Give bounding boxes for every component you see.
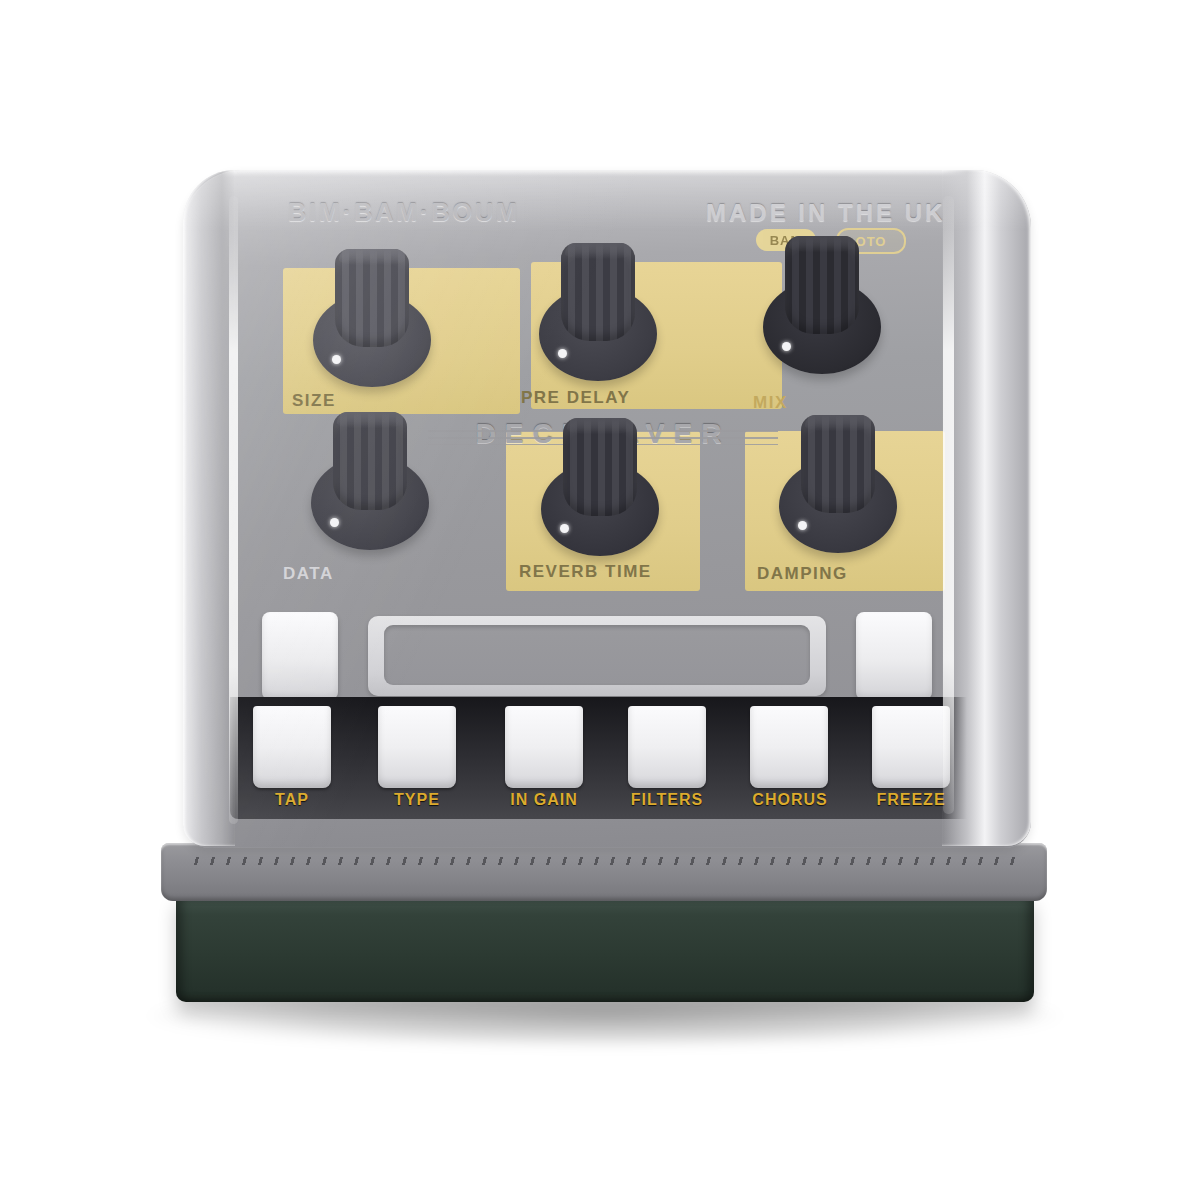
ground-shadow	[150, 995, 1060, 1047]
display-bezel	[368, 616, 826, 696]
reverb-time-knob-label: REVERB TIME	[519, 562, 652, 582]
data-knob	[295, 398, 445, 550]
freeze-button	[872, 706, 950, 788]
type-button-label: TYPE	[352, 791, 482, 809]
knob-indicator-dot	[332, 355, 341, 364]
flange-ridges	[184, 857, 1025, 865]
cover-right-edge-highlight	[943, 196, 954, 814]
knob-body	[561, 243, 635, 341]
type-button	[378, 706, 456, 788]
in-gain-button-label: IN GAIN	[479, 791, 609, 809]
size-knob	[297, 235, 447, 387]
mix-knob	[747, 222, 897, 374]
cover-left-wall	[183, 170, 235, 846]
top-right-button	[856, 612, 932, 700]
filters-button	[628, 706, 706, 788]
knob-body	[801, 415, 875, 513]
tap-button	[253, 706, 331, 788]
cover-right-wall	[942, 170, 1031, 846]
knob-body	[333, 412, 407, 510]
product-photo: BIM·BAM·BOUM MADE IN THE UK BAM OTO SIZE…	[0, 0, 1200, 1200]
filters-button-label: FILTERS	[602, 791, 732, 809]
display-screen	[384, 625, 810, 685]
data-knob-label: DATA	[283, 564, 334, 584]
cover-embossed-model-text: BIM·BAM·BOUM	[288, 198, 520, 227]
chorus-button-label: CHORUS	[725, 791, 855, 809]
damping-knob-label: DAMPING	[757, 564, 848, 584]
knob-body	[563, 418, 637, 516]
pre-delay-knob	[523, 229, 673, 381]
chorus-button	[750, 706, 828, 788]
knob-indicator-dot	[782, 342, 791, 351]
in-gain-button	[505, 706, 583, 788]
damping-knob	[763, 401, 913, 553]
knob-indicator-dot	[558, 349, 567, 358]
cover-left-edge-highlight	[229, 196, 238, 824]
knob-indicator-dot	[798, 521, 807, 530]
knob-body	[335, 249, 409, 347]
device-base-green	[176, 896, 1034, 1002]
tap-button-label: TAP	[227, 791, 357, 809]
top-left-button	[262, 612, 338, 700]
cover-bottom-flange	[161, 843, 1047, 901]
knob-indicator-dot	[560, 524, 569, 533]
knob-body	[785, 236, 859, 334]
reverb-time-knob	[525, 404, 675, 556]
knob-indicator-dot	[330, 518, 339, 527]
